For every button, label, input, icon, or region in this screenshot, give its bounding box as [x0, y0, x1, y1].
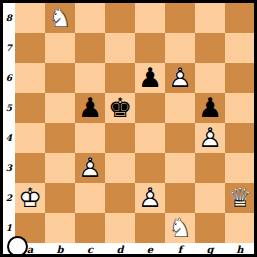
- square-f8[interactable]: [165, 3, 195, 33]
- square-d4[interactable]: [105, 123, 135, 153]
- file-label-b: b: [45, 243, 75, 254]
- black-pawn: ♟: [135, 63, 165, 93]
- white-knight: ♞♘: [165, 213, 195, 243]
- square-a5[interactable]: [15, 93, 45, 123]
- file-label-e: e: [135, 243, 165, 254]
- square-c1[interactable]: [75, 213, 105, 243]
- square-h5[interactable]: [225, 93, 254, 123]
- file-labels: abcdefgh: [15, 243, 254, 254]
- square-h3[interactable]: [225, 153, 254, 183]
- square-g3[interactable]: [195, 153, 225, 183]
- file-label-d: d: [105, 243, 135, 254]
- square-h8[interactable]: [225, 3, 254, 33]
- square-a2[interactable]: ♚♔: [15, 183, 45, 213]
- square-e5[interactable]: [135, 93, 165, 123]
- black-king: ♚: [105, 93, 135, 123]
- black-pawn: ♟: [75, 93, 105, 123]
- square-f6[interactable]: ♟♙: [165, 63, 195, 93]
- square-c3[interactable]: ♟♙: [75, 153, 105, 183]
- square-g8[interactable]: [195, 3, 225, 33]
- rank-label-8: 8: [3, 3, 15, 33]
- square-a7[interactable]: [15, 33, 45, 63]
- square-h4[interactable]: [225, 123, 254, 153]
- square-d1[interactable]: [105, 213, 135, 243]
- square-c7[interactable]: [75, 33, 105, 63]
- square-e8[interactable]: [135, 3, 165, 33]
- rank-label-6: 6: [3, 63, 15, 93]
- square-c6[interactable]: [75, 63, 105, 93]
- square-d6[interactable]: [105, 63, 135, 93]
- square-d8[interactable]: [105, 3, 135, 33]
- rank-label-5: 5: [3, 93, 15, 123]
- square-b3[interactable]: [45, 153, 75, 183]
- rank-label-4: 4: [3, 123, 15, 153]
- square-c4[interactable]: [75, 123, 105, 153]
- chess-diagram: ♞♘♟♟♙♟♚♟♟♙♟♙♚♔♟♙♛♕♞♘ 87654321 abcdefgh: [0, 0, 257, 257]
- white-pawn: ♟♙: [165, 63, 195, 93]
- square-a4[interactable]: [15, 123, 45, 153]
- square-b4[interactable]: [45, 123, 75, 153]
- square-b8[interactable]: ♞♘: [45, 3, 75, 33]
- white-knight: ♞♘: [45, 3, 75, 33]
- white-queen: ♛♕: [225, 183, 254, 213]
- square-a6[interactable]: [15, 63, 45, 93]
- square-d3[interactable]: [105, 153, 135, 183]
- square-g1[interactable]: [195, 213, 225, 243]
- white-to-move-icon: [7, 236, 28, 254]
- white-pawn: ♟♙: [135, 183, 165, 213]
- white-pawn: ♟♙: [75, 153, 105, 183]
- rank-label-3: 3: [3, 153, 15, 183]
- file-label-h: h: [225, 243, 254, 254]
- square-h1[interactable]: [225, 213, 254, 243]
- square-g5[interactable]: ♟: [195, 93, 225, 123]
- square-g6[interactable]: [195, 63, 225, 93]
- square-e2[interactable]: ♟♙: [135, 183, 165, 213]
- black-pawn: ♟: [195, 93, 225, 123]
- square-c5[interactable]: ♟: [75, 93, 105, 123]
- file-label-c: c: [75, 243, 105, 254]
- square-f4[interactable]: [165, 123, 195, 153]
- square-f1[interactable]: ♞♘: [165, 213, 195, 243]
- white-pawn: ♟♙: [195, 123, 225, 153]
- square-f3[interactable]: [165, 153, 195, 183]
- square-h7[interactable]: [225, 33, 254, 63]
- rank-labels: 87654321: [3, 3, 15, 243]
- square-d5[interactable]: ♚: [105, 93, 135, 123]
- rank-label-2: 2: [3, 183, 15, 213]
- diagram-inner: ♞♘♟♟♙♟♚♟♟♙♟♙♚♔♟♙♛♕♞♘ 87654321 abcdefgh: [3, 3, 254, 254]
- square-e3[interactable]: [135, 153, 165, 183]
- square-g7[interactable]: [195, 33, 225, 63]
- square-d7[interactable]: [105, 33, 135, 63]
- chess-board: ♞♘♟♟♙♟♚♟♟♙♟♙♚♔♟♙♛♕♞♘: [15, 3, 254, 243]
- square-b5[interactable]: [45, 93, 75, 123]
- square-g4[interactable]: ♟♙: [195, 123, 225, 153]
- square-e7[interactable]: [135, 33, 165, 63]
- square-e1[interactable]: [135, 213, 165, 243]
- square-b6[interactable]: [45, 63, 75, 93]
- square-b1[interactable]: [45, 213, 75, 243]
- square-h2[interactable]: ♛♕: [225, 183, 254, 213]
- square-e6[interactable]: ♟: [135, 63, 165, 93]
- square-e4[interactable]: [135, 123, 165, 153]
- square-f7[interactable]: [165, 33, 195, 63]
- square-f2[interactable]: [165, 183, 195, 213]
- square-a3[interactable]: [15, 153, 45, 183]
- file-label-g: g: [195, 243, 225, 254]
- rank-label-7: 7: [3, 33, 15, 63]
- square-c2[interactable]: [75, 183, 105, 213]
- square-g2[interactable]: [195, 183, 225, 213]
- square-d2[interactable]: [105, 183, 135, 213]
- file-label-f: f: [165, 243, 195, 254]
- square-h6[interactable]: [225, 63, 254, 93]
- square-b7[interactable]: [45, 33, 75, 63]
- square-c8[interactable]: [75, 3, 105, 33]
- square-a8[interactable]: [15, 3, 45, 33]
- square-b2[interactable]: [45, 183, 75, 213]
- square-f5[interactable]: [165, 93, 195, 123]
- white-king: ♚♔: [15, 183, 45, 213]
